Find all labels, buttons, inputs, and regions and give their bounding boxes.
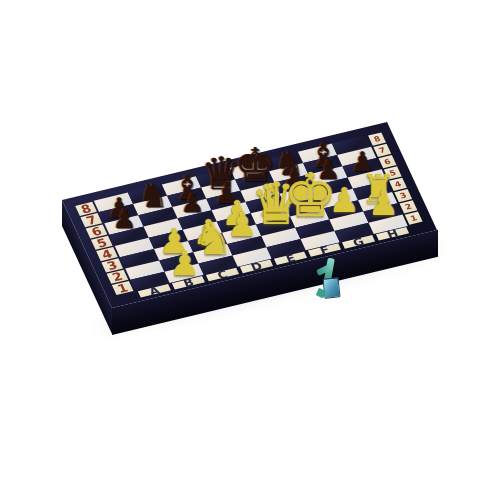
latch-clasp-icon xyxy=(311,256,350,309)
file-label-a-text: A xyxy=(147,284,162,298)
file-label-f-text: F xyxy=(318,243,332,256)
rank-label-right-8-text: 8 xyxy=(372,135,381,144)
file-label-h-text: H xyxy=(385,227,401,241)
file-label-e-text: E xyxy=(284,252,298,265)
product-photo-stage: 887♟♞♝♛♚♞♝76♟♟♟♟♟♟6554♟♝43♟♟♟♛♚♟♜32♞♟21♟… xyxy=(0,0,480,480)
file-label-g-text: G xyxy=(351,235,366,249)
file-label-d-text: D xyxy=(249,259,264,273)
rank-label-1-text: 1 xyxy=(115,281,130,295)
latch-hook xyxy=(323,277,341,299)
